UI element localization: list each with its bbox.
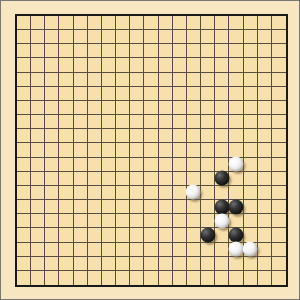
board-cell[interactable] — [102, 129, 116, 143]
board-cell[interactable] — [159, 73, 173, 87]
board-cell[interactable] — [45, 143, 59, 157]
board-cell[interactable] — [173, 158, 187, 172]
board-cell[interactable] — [272, 158, 286, 172]
board-cell[interactable] — [258, 44, 272, 58]
board-cell[interactable] — [31, 214, 45, 228]
board-cell[interactable] — [102, 87, 116, 101]
board-cell[interactable] — [144, 228, 158, 242]
board-cell[interactable] — [244, 257, 258, 271]
board-cell[interactable] — [59, 228, 73, 242]
board-cell[interactable] — [173, 115, 187, 129]
board-cell[interactable] — [130, 129, 144, 143]
board-cell[interactable] — [102, 30, 116, 44]
board-cell[interactable] — [258, 228, 272, 242]
board-cell[interactable] — [116, 243, 130, 257]
board-cell[interactable] — [229, 30, 243, 44]
board-cell[interactable] — [45, 44, 59, 58]
board-cell[interactable] — [272, 243, 286, 257]
board-cell[interactable] — [144, 200, 158, 214]
board-cell[interactable] — [229, 271, 243, 285]
board-cell[interactable] — [258, 172, 272, 186]
board-cell[interactable] — [144, 158, 158, 172]
board-cell[interactable] — [258, 214, 272, 228]
board-cell[interactable] — [17, 58, 31, 72]
board-cell[interactable] — [17, 214, 31, 228]
board-cell[interactable] — [272, 186, 286, 200]
board-cell[interactable] — [201, 16, 215, 30]
board-cell[interactable] — [116, 271, 130, 285]
board-cell[interactable] — [45, 101, 59, 115]
board-cell[interactable] — [102, 73, 116, 87]
board-cell[interactable] — [215, 158, 229, 172]
board-cell[interactable] — [258, 257, 272, 271]
board-cell[interactable] — [74, 228, 88, 242]
board-cell[interactable] — [130, 44, 144, 58]
board-cell[interactable] — [45, 30, 59, 44]
board-cell[interactable] — [130, 87, 144, 101]
board-cell[interactable] — [74, 271, 88, 285]
board-cell[interactable] — [59, 186, 73, 200]
board-cell[interactable] — [159, 115, 173, 129]
board-cell[interactable] — [159, 129, 173, 143]
board-cell[interactable] — [74, 44, 88, 58]
board-cell[interactable] — [173, 228, 187, 242]
board-cell[interactable] — [215, 44, 229, 58]
board-cell[interactable] — [31, 115, 45, 129]
board-cell[interactable] — [173, 16, 187, 30]
board-cell[interactable] — [45, 58, 59, 72]
board-cell[interactable] — [159, 257, 173, 271]
board-cell[interactable] — [144, 172, 158, 186]
board-cell[interactable] — [229, 16, 243, 30]
board-cell[interactable] — [187, 16, 201, 30]
board-cell[interactable] — [102, 243, 116, 257]
board-cell[interactable] — [88, 44, 102, 58]
board-cell[interactable] — [272, 44, 286, 58]
board-cell[interactable] — [31, 200, 45, 214]
board-cell[interactable] — [187, 257, 201, 271]
board-cell[interactable] — [59, 129, 73, 143]
board-cell[interactable] — [116, 214, 130, 228]
board-cell[interactable] — [272, 87, 286, 101]
board-cell[interactable] — [31, 257, 45, 271]
board-cell[interactable] — [244, 44, 258, 58]
board-cell[interactable] — [17, 228, 31, 242]
board-cell[interactable] — [272, 73, 286, 87]
board-cell[interactable] — [244, 158, 258, 172]
board-cell[interactable] — [17, 243, 31, 257]
board-cell[interactable] — [88, 30, 102, 44]
board-cell[interactable] — [215, 271, 229, 285]
board-cell[interactable] — [17, 172, 31, 186]
board-cell[interactable] — [229, 58, 243, 72]
board-cell[interactable] — [244, 200, 258, 214]
board-cell[interactable] — [116, 16, 130, 30]
board-cell[interactable] — [159, 30, 173, 44]
board-cell[interactable] — [258, 129, 272, 143]
board-cell[interactable] — [201, 115, 215, 129]
board-cell[interactable] — [215, 73, 229, 87]
board-cell[interactable] — [102, 101, 116, 115]
board-cell[interactable] — [17, 143, 31, 157]
board-cell[interactable] — [45, 129, 59, 143]
board-cell[interactable] — [102, 158, 116, 172]
board-cell[interactable] — [244, 228, 258, 242]
board-cell[interactable] — [17, 30, 31, 44]
board-cell[interactable] — [88, 172, 102, 186]
board-cell[interactable] — [59, 16, 73, 30]
board-cell[interactable] — [74, 101, 88, 115]
board-cell[interactable] — [31, 158, 45, 172]
board-cell[interactable] — [59, 257, 73, 271]
board-cell[interactable] — [116, 30, 130, 44]
board-cell[interactable] — [173, 214, 187, 228]
board-cell[interactable] — [45, 87, 59, 101]
board-cell[interactable] — [258, 16, 272, 30]
board-cell[interactable] — [173, 200, 187, 214]
board-cell[interactable] — [159, 228, 173, 242]
board-cell[interactable] — [229, 44, 243, 58]
board-cell[interactable] — [88, 129, 102, 143]
board-cell[interactable] — [215, 58, 229, 72]
board-cell[interactable] — [187, 73, 201, 87]
board-cell[interactable] — [45, 243, 59, 257]
board-cell[interactable] — [229, 228, 243, 242]
board-cell[interactable] — [74, 243, 88, 257]
board-cell[interactable] — [116, 87, 130, 101]
board-cell[interactable] — [59, 44, 73, 58]
board-cell[interactable] — [215, 257, 229, 271]
board-cell[interactable] — [17, 44, 31, 58]
board-cell[interactable] — [102, 257, 116, 271]
board-cell[interactable] — [102, 16, 116, 30]
board-cell[interactable] — [215, 30, 229, 44]
board-cell[interactable] — [144, 16, 158, 30]
board-cell[interactable] — [215, 243, 229, 257]
board-cell[interactable] — [144, 73, 158, 87]
board-cell[interactable] — [244, 214, 258, 228]
board-cell[interactable] — [229, 243, 243, 257]
board-cell[interactable] — [144, 186, 158, 200]
board-cell[interactable] — [17, 16, 31, 30]
board-cell[interactable] — [74, 214, 88, 228]
board-cell[interactable] — [215, 101, 229, 115]
board-cell[interactable] — [258, 143, 272, 157]
board-cell[interactable] — [45, 115, 59, 129]
board-cell[interactable] — [215, 214, 229, 228]
board-cell[interactable] — [31, 186, 45, 200]
board-cell[interactable] — [88, 257, 102, 271]
board-cell[interactable] — [45, 257, 59, 271]
board-cell[interactable] — [116, 143, 130, 157]
board-cell[interactable] — [45, 172, 59, 186]
board-cell[interactable] — [144, 44, 158, 58]
board-cell[interactable] — [201, 158, 215, 172]
board-cell[interactable] — [116, 200, 130, 214]
board-cell[interactable] — [201, 44, 215, 58]
board-cell[interactable] — [173, 186, 187, 200]
board-cell[interactable] — [173, 143, 187, 157]
board-cell[interactable] — [201, 101, 215, 115]
board-cell[interactable] — [173, 58, 187, 72]
board-cell[interactable] — [215, 172, 229, 186]
board-cell[interactable] — [31, 44, 45, 58]
board-cell[interactable] — [229, 129, 243, 143]
board-cell[interactable] — [88, 158, 102, 172]
board-cell[interactable] — [130, 271, 144, 285]
board-cell[interactable] — [102, 44, 116, 58]
board-cell[interactable] — [201, 30, 215, 44]
board-cell[interactable] — [130, 214, 144, 228]
board-cell[interactable] — [74, 143, 88, 157]
board-cell[interactable] — [88, 243, 102, 257]
board-cell[interactable] — [201, 257, 215, 271]
board-cell[interactable] — [74, 186, 88, 200]
board-cell[interactable] — [173, 30, 187, 44]
board-cell[interactable] — [215, 129, 229, 143]
board-cell[interactable] — [88, 200, 102, 214]
board-cell[interactable] — [31, 271, 45, 285]
board-cell[interactable] — [116, 44, 130, 58]
board-cell[interactable] — [187, 158, 201, 172]
board-cell[interactable] — [159, 101, 173, 115]
board-cell[interactable] — [173, 44, 187, 58]
board-cell[interactable] — [17, 115, 31, 129]
board-cell[interactable] — [74, 58, 88, 72]
board-cell[interactable] — [244, 243, 258, 257]
board-cell[interactable] — [173, 87, 187, 101]
board-cell[interactable] — [116, 158, 130, 172]
board-cell[interactable] — [74, 115, 88, 129]
board-cell[interactable] — [59, 158, 73, 172]
board-cell[interactable] — [187, 172, 201, 186]
board-cell[interactable] — [130, 257, 144, 271]
board-cell[interactable] — [74, 129, 88, 143]
board-cell[interactable] — [187, 186, 201, 200]
board-cell[interactable] — [45, 73, 59, 87]
board-cell[interactable] — [173, 101, 187, 115]
board-cell[interactable] — [244, 115, 258, 129]
board-cell[interactable] — [31, 228, 45, 242]
board-cell[interactable] — [187, 129, 201, 143]
board-cell[interactable] — [102, 115, 116, 129]
board-cell[interactable] — [144, 271, 158, 285]
board-cell[interactable] — [130, 58, 144, 72]
board-cell[interactable] — [116, 257, 130, 271]
board-cell[interactable] — [31, 143, 45, 157]
board-cell[interactable] — [116, 73, 130, 87]
board-cell[interactable] — [229, 73, 243, 87]
board-cell[interactable] — [17, 73, 31, 87]
board-cell[interactable] — [187, 115, 201, 129]
board-cell[interactable] — [88, 87, 102, 101]
board-cell[interactable] — [229, 214, 243, 228]
board-cell[interactable] — [59, 30, 73, 44]
board-cell[interactable] — [159, 143, 173, 157]
board-cell[interactable] — [45, 158, 59, 172]
board-cell[interactable] — [272, 115, 286, 129]
board-cell[interactable] — [258, 58, 272, 72]
board-cell[interactable] — [159, 87, 173, 101]
board-cell[interactable] — [31, 30, 45, 44]
board-cell[interactable] — [116, 101, 130, 115]
board-cell[interactable] — [116, 172, 130, 186]
board-cell[interactable] — [88, 73, 102, 87]
board-cell[interactable] — [102, 186, 116, 200]
board-cell[interactable] — [258, 200, 272, 214]
board-cell[interactable] — [116, 228, 130, 242]
board-cell[interactable] — [159, 172, 173, 186]
board-cell[interactable] — [102, 143, 116, 157]
board-cell[interactable] — [130, 228, 144, 242]
board-cell[interactable] — [201, 186, 215, 200]
board-cell[interactable] — [130, 200, 144, 214]
board-cell[interactable] — [17, 101, 31, 115]
board-cell[interactable] — [258, 101, 272, 115]
board-cell[interactable] — [74, 172, 88, 186]
board-cell[interactable] — [244, 73, 258, 87]
board-cell[interactable] — [201, 143, 215, 157]
board-cell[interactable] — [59, 73, 73, 87]
board-cell[interactable] — [201, 214, 215, 228]
board-cell[interactable] — [173, 172, 187, 186]
board-cell[interactable] — [258, 271, 272, 285]
board-cell[interactable] — [272, 58, 286, 72]
board-cell[interactable] — [272, 271, 286, 285]
board-cell[interactable] — [31, 172, 45, 186]
board-cell[interactable] — [187, 243, 201, 257]
board-cell[interactable] — [159, 214, 173, 228]
board-cell[interactable] — [88, 115, 102, 129]
board-cell[interactable] — [144, 101, 158, 115]
board-cell[interactable] — [258, 115, 272, 129]
board-cell[interactable] — [215, 16, 229, 30]
board-cell[interactable] — [159, 16, 173, 30]
board-cell[interactable] — [74, 200, 88, 214]
board-cell[interactable] — [272, 228, 286, 242]
board-cell[interactable] — [272, 214, 286, 228]
board-cell[interactable] — [59, 214, 73, 228]
board-cell[interactable] — [187, 228, 201, 242]
board-cell[interactable] — [229, 101, 243, 115]
board-cell[interactable] — [244, 101, 258, 115]
board-cell[interactable] — [159, 271, 173, 285]
board-cell[interactable] — [229, 172, 243, 186]
board-cell[interactable] — [201, 228, 215, 242]
board-cell[interactable] — [173, 257, 187, 271]
board-cell[interactable] — [229, 158, 243, 172]
board-cell[interactable] — [272, 101, 286, 115]
board-cell[interactable] — [258, 243, 272, 257]
board-cell[interactable] — [45, 186, 59, 200]
board-cell[interactable] — [31, 73, 45, 87]
board-cell[interactable] — [59, 87, 73, 101]
board-cell[interactable] — [272, 257, 286, 271]
board-cell[interactable] — [17, 186, 31, 200]
board-cell[interactable] — [244, 30, 258, 44]
board-cell[interactable] — [45, 214, 59, 228]
board-cell[interactable] — [258, 87, 272, 101]
board-cell[interactable] — [187, 271, 201, 285]
board-cell[interactable] — [116, 115, 130, 129]
board-cell[interactable] — [59, 101, 73, 115]
board-cell[interactable] — [130, 101, 144, 115]
board-cell[interactable] — [187, 30, 201, 44]
board-cell[interactable] — [102, 200, 116, 214]
board-cell[interactable] — [244, 16, 258, 30]
board-cell[interactable] — [144, 143, 158, 157]
board-cell[interactable] — [244, 87, 258, 101]
board-cell[interactable] — [187, 143, 201, 157]
board-cell[interactable] — [215, 143, 229, 157]
board-cell[interactable] — [144, 243, 158, 257]
board-cell[interactable] — [31, 101, 45, 115]
board-cell[interactable] — [102, 58, 116, 72]
board-cell[interactable] — [102, 172, 116, 186]
board-cell[interactable] — [173, 243, 187, 257]
board-cell[interactable] — [144, 30, 158, 44]
board-cell[interactable] — [173, 271, 187, 285]
board-cell[interactable] — [45, 16, 59, 30]
board-cell[interactable] — [17, 129, 31, 143]
board-cell[interactable] — [201, 172, 215, 186]
board-cell[interactable] — [215, 228, 229, 242]
board-cell[interactable] — [244, 172, 258, 186]
board-cell[interactable] — [74, 87, 88, 101]
board-cell[interactable] — [144, 129, 158, 143]
board-cell[interactable] — [31, 58, 45, 72]
board-cell[interactable] — [88, 214, 102, 228]
board-cell[interactable] — [59, 58, 73, 72]
board-cell[interactable] — [159, 186, 173, 200]
board-cell[interactable] — [88, 186, 102, 200]
board-cell[interactable] — [201, 58, 215, 72]
board-cell[interactable] — [201, 73, 215, 87]
board-cell[interactable] — [59, 271, 73, 285]
board-cell[interactable] — [215, 200, 229, 214]
board-cell[interactable] — [201, 87, 215, 101]
board-cell[interactable] — [244, 129, 258, 143]
board-cell[interactable] — [244, 186, 258, 200]
board-cell[interactable] — [59, 143, 73, 157]
board-cell[interactable] — [258, 30, 272, 44]
board-cell[interactable] — [187, 87, 201, 101]
board-cell[interactable] — [187, 58, 201, 72]
board-cell[interactable] — [187, 200, 201, 214]
board-cell[interactable] — [272, 16, 286, 30]
board-cell[interactable] — [102, 214, 116, 228]
board-cell[interactable] — [144, 115, 158, 129]
board-cell[interactable] — [201, 271, 215, 285]
board-cell[interactable] — [244, 143, 258, 157]
board-cell[interactable] — [17, 271, 31, 285]
board-cell[interactable] — [244, 271, 258, 285]
board-cell[interactable] — [130, 172, 144, 186]
board-cell[interactable] — [159, 58, 173, 72]
board-cell[interactable] — [31, 16, 45, 30]
board-cell[interactable] — [74, 158, 88, 172]
board-cell[interactable] — [130, 16, 144, 30]
board-cell[interactable] — [59, 115, 73, 129]
board-cell[interactable] — [116, 58, 130, 72]
board-cell[interactable] — [144, 214, 158, 228]
board-cell[interactable] — [229, 143, 243, 157]
board-cell[interactable] — [258, 73, 272, 87]
board-cell[interactable] — [229, 115, 243, 129]
board-cell[interactable] — [229, 87, 243, 101]
board-cell[interactable] — [258, 158, 272, 172]
board-cell[interactable] — [130, 30, 144, 44]
